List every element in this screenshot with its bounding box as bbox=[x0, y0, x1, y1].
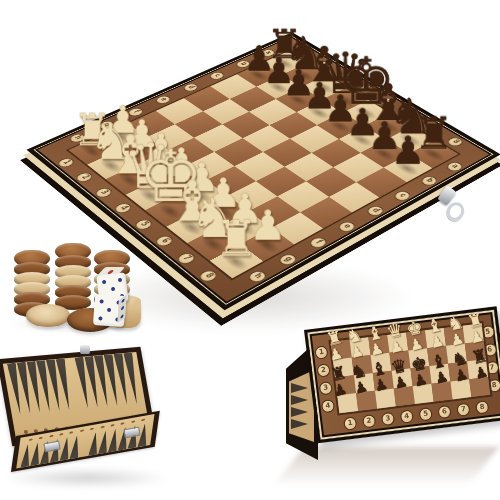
inlay-dot bbox=[141, 419, 145, 422]
backgammon-point-glimpse bbox=[291, 419, 308, 429]
inlay-dot bbox=[70, 431, 74, 434]
coordinate-medallion: 5 bbox=[133, 217, 156, 231]
coordinate-medallion: 1 bbox=[56, 156, 77, 168]
black-pawn-piece: ♟ bbox=[332, 382, 349, 400]
folded-board-front-face: 1234 5678 12345678 ♜♞♝♛♚♝♞♜♟♟♟♟♟♟♟♟♜♞♝♛♚… bbox=[304, 306, 500, 443]
coordinate-medallion: 8 bbox=[475, 400, 489, 414]
inlay-dot bbox=[29, 438, 33, 441]
coordinate-medallion: 2 bbox=[362, 414, 376, 428]
coordinate-medallion: a bbox=[444, 160, 466, 173]
inlay-dot bbox=[110, 424, 114, 427]
coordinate-medallion: 5 bbox=[418, 407, 432, 421]
backgammon-point bbox=[108, 428, 120, 453]
coordinate-medallion: 3 bbox=[381, 412, 395, 426]
coordinate-medallion: 1 bbox=[343, 416, 357, 430]
black-pawn-piece: ♟ bbox=[413, 372, 430, 390]
coordinate-medallion: 2 bbox=[74, 171, 96, 184]
inlay-dot bbox=[80, 429, 84, 432]
coordinate-medallion: h bbox=[245, 269, 269, 284]
black-pawn-piece: ♟ bbox=[453, 367, 470, 385]
backgammon-case bbox=[4, 344, 168, 490]
folded-magnetic-board: 1234 5678 12345678 ♜♞♝♛♚♝♞♜♟♟♟♟♟♟♟♟♜♞♝♛♚… bbox=[286, 322, 498, 474]
black-pawn-piece: ♟ bbox=[433, 369, 450, 387]
die-pip bbox=[110, 286, 114, 290]
coordinate-medallion: 7 bbox=[456, 402, 470, 416]
inlay-dot bbox=[59, 433, 63, 436]
black-pawn-piece: ♟ bbox=[393, 374, 410, 392]
inlay-dot bbox=[90, 428, 94, 431]
inlay-dot bbox=[49, 435, 53, 438]
coordinate-medallion: b bbox=[418, 174, 440, 187]
black-pawn-piece: ♟ bbox=[391, 131, 426, 170]
backgammon-point-glimpse bbox=[291, 407, 308, 417]
coordinate-medallion: e bbox=[335, 219, 358, 233]
checkers-group bbox=[10, 240, 160, 336]
black-pawn-piece: ♟ bbox=[473, 364, 490, 382]
die-pip bbox=[101, 279, 105, 283]
die-pip bbox=[120, 314, 123, 319]
point-spacer bbox=[79, 433, 90, 457]
coordinate-medallion: 3 bbox=[93, 186, 115, 199]
product-photo: 12345678 12345678 abcdefgh abcdefgh ♜♞♝♛… bbox=[0, 0, 500, 500]
backgammon-point bbox=[98, 430, 110, 455]
checkers-stack-2 bbox=[55, 243, 91, 310]
coordinate-medallion: 8 bbox=[197, 268, 221, 283]
inlay-dot bbox=[131, 420, 135, 423]
coordinate-medallion: g bbox=[276, 252, 299, 267]
backgammon-point-glimpse bbox=[291, 383, 308, 393]
die-pip bbox=[98, 316, 102, 320]
coordinate-medallion: 4 bbox=[321, 398, 335, 412]
backgammon-point-glimpse bbox=[291, 395, 308, 405]
die-pip bbox=[107, 308, 111, 312]
inlay-dot bbox=[121, 422, 125, 425]
black-pawn-piece: ♟ bbox=[353, 379, 370, 397]
black-pawn-piece: ♟ bbox=[373, 377, 390, 395]
coordinate-medallion: d bbox=[364, 204, 386, 218]
die-pip bbox=[99, 299, 103, 303]
backgammon-point bbox=[30, 442, 42, 467]
coordinate-medallion: 6 bbox=[437, 405, 451, 419]
white-rook-piece: ♜ bbox=[215, 214, 259, 263]
coordinate-medallion: f bbox=[306, 235, 329, 250]
backgammon-lid-points bbox=[7, 352, 142, 414]
coordinate-medallion: c bbox=[391, 189, 413, 202]
backgammon-point bbox=[20, 443, 32, 468]
coordinate-medallion: 7 bbox=[175, 251, 198, 266]
die-pip bbox=[121, 299, 124, 304]
backgammon-point bbox=[60, 436, 72, 461]
inlay-dot bbox=[39, 437, 43, 440]
loose-checker-tan bbox=[26, 304, 70, 327]
die-pip bbox=[120, 306, 123, 311]
backgammon-clasp bbox=[80, 345, 90, 354]
die-pip bbox=[117, 277, 121, 281]
coordinate-medallion: 4 bbox=[112, 201, 134, 215]
inlay-dot bbox=[100, 426, 104, 429]
coordinate-medallion: 4 bbox=[400, 409, 414, 423]
